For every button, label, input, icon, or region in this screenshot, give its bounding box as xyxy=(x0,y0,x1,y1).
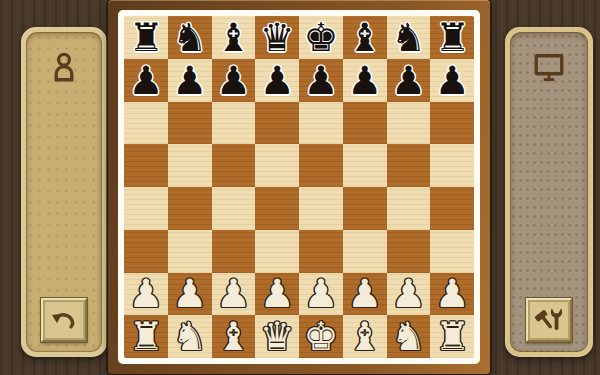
square-h7[interactable]: ♟ xyxy=(430,59,474,102)
square-b5[interactable] xyxy=(168,144,212,187)
square-e3[interactable] xyxy=(299,230,343,273)
black-queen[interactable]: ♛ xyxy=(260,18,295,57)
square-b6[interactable] xyxy=(168,102,212,145)
square-h4[interactable] xyxy=(430,187,474,230)
square-e2[interactable]: ♟ xyxy=(299,273,343,316)
square-d2[interactable]: ♟ xyxy=(255,273,299,316)
black-knight[interactable]: ♞ xyxy=(391,18,426,57)
square-d8[interactable]: ♛ xyxy=(255,16,299,59)
square-d3[interactable] xyxy=(255,230,299,273)
white-knight[interactable]: ♞ xyxy=(172,317,207,356)
square-b7[interactable]: ♟ xyxy=(168,59,212,102)
black-pawn[interactable]: ♟ xyxy=(347,61,382,100)
square-b4[interactable] xyxy=(168,187,212,230)
square-g5[interactable] xyxy=(387,144,431,187)
square-a6[interactable] xyxy=(124,102,168,145)
player-panel-surface xyxy=(26,32,102,352)
white-rook[interactable]: ♜ xyxy=(435,317,470,356)
white-pawn[interactable]: ♟ xyxy=(172,274,207,313)
square-e7[interactable]: ♟ xyxy=(299,59,343,102)
board-border: ♜♞♝♛♚♝♞♜♟♟♟♟♟♟♟♟♟♟♟♟♟♟♟♟♜♞♝♛♚♝♞♜ xyxy=(118,10,480,364)
square-d1[interactable]: ♛ xyxy=(255,315,299,358)
square-f3[interactable] xyxy=(343,230,387,273)
square-f8[interactable]: ♝ xyxy=(343,16,387,59)
white-king[interactable]: ♚ xyxy=(303,317,338,356)
computer-panel-surface xyxy=(510,32,588,352)
black-pawn[interactable]: ♟ xyxy=(260,61,295,100)
black-rook[interactable]: ♜ xyxy=(128,18,163,57)
square-c2[interactable]: ♟ xyxy=(212,273,256,316)
white-pawn[interactable]: ♟ xyxy=(260,274,295,313)
white-queen[interactable]: ♛ xyxy=(260,317,295,356)
white-knight[interactable]: ♞ xyxy=(391,317,426,356)
black-pawn[interactable]: ♟ xyxy=(128,61,163,100)
black-king[interactable]: ♚ xyxy=(303,18,338,57)
square-d7[interactable]: ♟ xyxy=(255,59,299,102)
square-a5[interactable] xyxy=(124,144,168,187)
white-pawn[interactable]: ♟ xyxy=(391,274,426,313)
black-pawn[interactable]: ♟ xyxy=(172,61,207,100)
square-f5[interactable] xyxy=(343,144,387,187)
square-h8[interactable]: ♜ xyxy=(430,16,474,59)
black-pawn[interactable]: ♟ xyxy=(303,61,338,100)
square-c4[interactable] xyxy=(212,187,256,230)
white-bishop[interactable]: ♝ xyxy=(347,317,382,356)
white-bishop[interactable]: ♝ xyxy=(216,317,251,356)
square-b2[interactable]: ♟ xyxy=(168,273,212,316)
black-bishop[interactable]: ♝ xyxy=(216,18,251,57)
square-a3[interactable] xyxy=(124,230,168,273)
square-e5[interactable] xyxy=(299,144,343,187)
square-c5[interactable] xyxy=(212,144,256,187)
square-h6[interactable] xyxy=(430,102,474,145)
game-screen: ♜♞♝♛♚♝♞♜♟♟♟♟♟♟♟♟♟♟♟♟♟♟♟♟♜♞♝♛♚♝♞♜ xyxy=(0,0,600,375)
white-pawn[interactable]: ♟ xyxy=(347,274,382,313)
black-pawn[interactable]: ♟ xyxy=(391,61,426,100)
square-c3[interactable] xyxy=(212,230,256,273)
black-pawn[interactable]: ♟ xyxy=(435,61,470,100)
square-a2[interactable]: ♟ xyxy=(124,273,168,316)
square-c6[interactable] xyxy=(212,102,256,145)
square-h2[interactable]: ♟ xyxy=(430,273,474,316)
player-panel xyxy=(21,27,107,357)
square-b1[interactable]: ♞ xyxy=(168,315,212,358)
square-e1[interactable]: ♚ xyxy=(299,315,343,358)
white-pawn[interactable]: ♟ xyxy=(435,274,470,313)
square-a4[interactable] xyxy=(124,187,168,230)
white-rook[interactable]: ♜ xyxy=(128,317,163,356)
black-knight[interactable]: ♞ xyxy=(172,18,207,57)
board-frame: ♜♞♝♛♚♝♞♜♟♟♟♟♟♟♟♟♟♟♟♟♟♟♟♟♜♞♝♛♚♝♞♜ xyxy=(108,0,490,374)
square-b8[interactable]: ♞ xyxy=(168,16,212,59)
square-f2[interactable]: ♟ xyxy=(343,273,387,316)
square-h3[interactable] xyxy=(430,230,474,273)
square-g8[interactable]: ♞ xyxy=(387,16,431,59)
square-d5[interactable] xyxy=(255,144,299,187)
square-g2[interactable]: ♟ xyxy=(387,273,431,316)
settings-button[interactable] xyxy=(526,298,572,342)
square-g6[interactable] xyxy=(387,102,431,145)
square-g4[interactable] xyxy=(387,187,431,230)
square-a1[interactable]: ♜ xyxy=(124,315,168,358)
square-b3[interactable] xyxy=(168,230,212,273)
square-c7[interactable]: ♟ xyxy=(212,59,256,102)
square-f7[interactable]: ♟ xyxy=(343,59,387,102)
square-d4[interactable] xyxy=(255,187,299,230)
square-h1[interactable]: ♜ xyxy=(430,315,474,358)
black-pawn[interactable]: ♟ xyxy=(216,61,251,100)
tools-icon xyxy=(533,304,565,336)
square-e4[interactable] xyxy=(299,187,343,230)
square-f6[interactable] xyxy=(343,102,387,145)
square-e8[interactable]: ♚ xyxy=(299,16,343,59)
undo-button[interactable] xyxy=(41,298,87,342)
computer-panel xyxy=(505,27,593,357)
undo-icon xyxy=(48,304,80,336)
person-icon xyxy=(46,49,82,85)
square-c1[interactable]: ♝ xyxy=(212,315,256,358)
square-g1[interactable]: ♞ xyxy=(387,315,431,358)
square-a8[interactable]: ♜ xyxy=(124,16,168,59)
white-pawn[interactable]: ♟ xyxy=(303,274,338,313)
black-bishop[interactable]: ♝ xyxy=(347,18,382,57)
square-f4[interactable] xyxy=(343,187,387,230)
black-rook[interactable]: ♜ xyxy=(435,18,470,57)
white-pawn[interactable]: ♟ xyxy=(216,274,251,313)
square-g3[interactable] xyxy=(387,230,431,273)
computer-icon xyxy=(531,49,567,85)
square-f1[interactable]: ♝ xyxy=(343,315,387,358)
square-c8[interactable]: ♝ xyxy=(212,16,256,59)
chess-board: ♜♞♝♛♚♝♞♜♟♟♟♟♟♟♟♟♟♟♟♟♟♟♟♟♜♞♝♛♚♝♞♜ xyxy=(124,16,474,358)
square-e6[interactable] xyxy=(299,102,343,145)
white-pawn[interactable]: ♟ xyxy=(128,274,163,313)
square-a7[interactable]: ♟ xyxy=(124,59,168,102)
square-g7[interactable]: ♟ xyxy=(387,59,431,102)
square-h5[interactable] xyxy=(430,144,474,187)
square-d6[interactable] xyxy=(255,102,299,145)
